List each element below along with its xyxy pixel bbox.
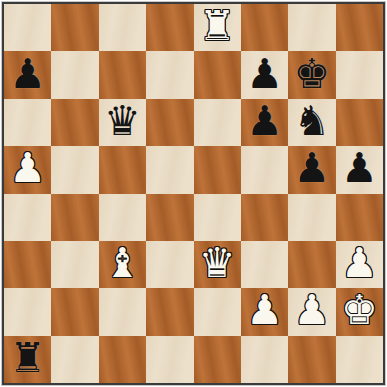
square-e8[interactable]: ♜ xyxy=(194,4,241,51)
square-c5[interactable] xyxy=(99,146,146,193)
square-g3[interactable] xyxy=(288,241,335,288)
square-a1[interactable]: ♜ xyxy=(4,336,51,383)
square-g1[interactable] xyxy=(288,336,335,383)
square-c4[interactable] xyxy=(99,194,146,241)
square-f2[interactable]: ♟ xyxy=(241,288,288,335)
square-g7[interactable]: ♚ xyxy=(288,51,335,98)
square-f5[interactable] xyxy=(241,146,288,193)
piece-black-pawn: ♟ xyxy=(341,148,378,189)
piece-black-pawn: ♟ xyxy=(246,101,283,142)
square-f6[interactable]: ♟ xyxy=(241,99,288,146)
square-c7[interactable] xyxy=(99,51,146,98)
square-h3[interactable]: ♟ xyxy=(336,241,383,288)
piece-black-pawn: ♟ xyxy=(9,54,46,95)
square-b1[interactable] xyxy=(51,336,98,383)
chess-board: ♜♟♟♚♛♟♞♟♟♟♝♛♟♟♟♚♜ xyxy=(2,2,385,385)
square-b5[interactable] xyxy=(51,146,98,193)
piece-black-knight: ♞ xyxy=(294,101,331,142)
square-c3[interactable]: ♝ xyxy=(99,241,146,288)
square-c6[interactable]: ♛ xyxy=(99,99,146,146)
square-g4[interactable] xyxy=(288,194,335,241)
square-d1[interactable] xyxy=(146,336,193,383)
square-d8[interactable] xyxy=(146,4,193,51)
square-f4[interactable] xyxy=(241,194,288,241)
square-e3[interactable]: ♛ xyxy=(194,241,241,288)
square-d3[interactable] xyxy=(146,241,193,288)
square-b8[interactable] xyxy=(51,4,98,51)
piece-white-pawn: ♟ xyxy=(9,148,46,189)
square-a8[interactable] xyxy=(4,4,51,51)
square-f8[interactable] xyxy=(241,4,288,51)
square-b3[interactable] xyxy=(51,241,98,288)
square-a6[interactable] xyxy=(4,99,51,146)
square-g2[interactable]: ♟ xyxy=(288,288,335,335)
square-e4[interactable] xyxy=(194,194,241,241)
square-h8[interactable] xyxy=(336,4,383,51)
square-h6[interactable] xyxy=(336,99,383,146)
square-h2[interactable]: ♚ xyxy=(336,288,383,335)
square-b2[interactable] xyxy=(51,288,98,335)
square-d2[interactable] xyxy=(146,288,193,335)
piece-white-queen: ♛ xyxy=(199,243,236,284)
square-d7[interactable] xyxy=(146,51,193,98)
square-a5[interactable]: ♟ xyxy=(4,146,51,193)
square-a2[interactable] xyxy=(4,288,51,335)
square-d5[interactable] xyxy=(146,146,193,193)
piece-black-king: ♚ xyxy=(294,54,331,95)
square-e1[interactable] xyxy=(194,336,241,383)
square-g8[interactable] xyxy=(288,4,335,51)
piece-black-pawn: ♟ xyxy=(246,54,283,95)
square-d4[interactable] xyxy=(146,194,193,241)
square-b6[interactable] xyxy=(51,99,98,146)
square-h5[interactable]: ♟ xyxy=(336,146,383,193)
square-c8[interactable] xyxy=(99,4,146,51)
piece-white-pawn: ♟ xyxy=(294,290,331,331)
square-b4[interactable] xyxy=(51,194,98,241)
square-e5[interactable] xyxy=(194,146,241,193)
square-h7[interactable] xyxy=(336,51,383,98)
piece-white-rook: ♜ xyxy=(199,6,236,47)
square-e2[interactable] xyxy=(194,288,241,335)
square-f3[interactable] xyxy=(241,241,288,288)
square-h1[interactable] xyxy=(336,336,383,383)
chess-diagram: ♜♟♟♚♛♟♞♟♟♟♝♛♟♟♟♚♜ xyxy=(0,0,387,387)
piece-white-king: ♚ xyxy=(341,290,378,331)
square-f7[interactable]: ♟ xyxy=(241,51,288,98)
piece-black-queen: ♛ xyxy=(104,101,141,142)
piece-black-pawn: ♟ xyxy=(294,148,331,189)
piece-white-pawn: ♟ xyxy=(246,290,283,331)
square-a4[interactable] xyxy=(4,194,51,241)
square-g6[interactable]: ♞ xyxy=(288,99,335,146)
square-e6[interactable] xyxy=(194,99,241,146)
square-a3[interactable] xyxy=(4,241,51,288)
square-a7[interactable]: ♟ xyxy=(4,51,51,98)
piece-black-rook: ♜ xyxy=(9,338,46,379)
square-h4[interactable] xyxy=(336,194,383,241)
square-e7[interactable] xyxy=(194,51,241,98)
square-c2[interactable] xyxy=(99,288,146,335)
square-b7[interactable] xyxy=(51,51,98,98)
piece-white-pawn: ♟ xyxy=(341,243,378,284)
square-f1[interactable] xyxy=(241,336,288,383)
square-d6[interactable] xyxy=(146,99,193,146)
piece-white-bishop: ♝ xyxy=(104,243,141,284)
square-g5[interactable]: ♟ xyxy=(288,146,335,193)
square-c1[interactable] xyxy=(99,336,146,383)
